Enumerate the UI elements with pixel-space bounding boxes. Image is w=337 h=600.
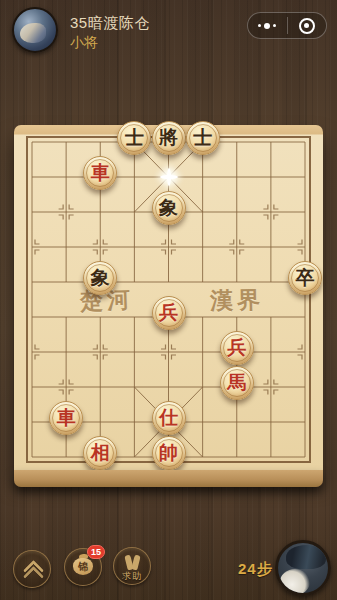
more-button[interactable]: [248, 13, 287, 38]
avatar-art: [20, 23, 46, 43]
piece-black-士[interactable]: 士: [186, 121, 220, 155]
ask-help-button[interactable]: 求助: [113, 547, 151, 585]
help-label: 求助: [114, 570, 150, 583]
piece-red-兵[interactable]: 兵: [220, 331, 254, 365]
piece-red-仕[interactable]: 仕: [152, 401, 186, 435]
wechat-capsule: [247, 12, 327, 39]
river-label-right: 漢界: [210, 285, 265, 317]
piece-red-兵[interactable]: 兵: [152, 296, 186, 330]
piece-red-相[interactable]: 相: [83, 436, 117, 470]
piece-black-象[interactable]: 象: [83, 261, 117, 295]
hint-bag-button[interactable]: 锦 15: [64, 548, 102, 586]
piece-red-車[interactable]: 車: [49, 401, 83, 435]
move-counter: 24步: [238, 560, 273, 579]
more-icon: [258, 24, 261, 27]
avatar-hair: [286, 545, 326, 569]
collapse-menu-button[interactable]: [13, 550, 51, 588]
app-screen: 35暗渡陈仓 小将 楚河 漢界 士將士車象象卒兵兵馬車仕相帥 锦 15 求助 2…: [0, 0, 337, 600]
piece-red-馬[interactable]: 馬: [220, 366, 254, 400]
piece-red-帥[interactable]: 帥: [152, 436, 186, 470]
hint-bag-icon: 锦: [73, 558, 93, 575]
piece-black-象[interactable]: 象: [152, 191, 186, 225]
xiangqi-board[interactable]: 楚河 漢界 士將士車象象卒兵兵馬車仕相帥: [14, 125, 323, 470]
avatar-face: [280, 569, 310, 595]
opponent-avatar[interactable]: [275, 540, 331, 596]
piece-black-將[interactable]: 將: [152, 121, 186, 155]
close-button[interactable]: [288, 13, 327, 38]
rank-label: 小将: [70, 34, 98, 52]
piece-red-車[interactable]: 車: [83, 156, 117, 190]
hint-count-badge: 15: [87, 545, 105, 559]
level-title: 35暗渡陈仓: [70, 14, 150, 33]
player-avatar[interactable]: [12, 7, 58, 53]
target-circle-icon: [299, 18, 315, 34]
piece-black-卒[interactable]: 卒: [288, 261, 322, 295]
